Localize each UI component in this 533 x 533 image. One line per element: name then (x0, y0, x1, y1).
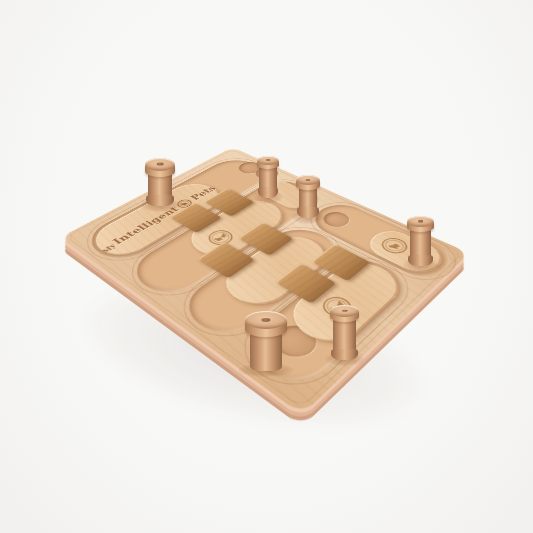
peg-3[interactable] (296, 175, 320, 218)
peg-2[interactable] (257, 156, 279, 198)
peg-5[interactable] (245, 311, 287, 371)
peg-cap-top (296, 175, 320, 185)
peg-base (146, 195, 174, 206)
peg-base (297, 207, 319, 218)
peg-1[interactable] (145, 158, 175, 206)
peg-cap-top (257, 156, 279, 165)
peg-cap-top (145, 158, 175, 171)
peg-cap-top (407, 216, 434, 227)
peg-6[interactable] (330, 305, 359, 360)
peg-base (258, 187, 278, 198)
peg-4[interactable] (407, 216, 434, 266)
product-photo-scene: My Intelligent Pets (0, 0, 533, 533)
peg-cap-top (245, 311, 287, 329)
brand-prefix: My (99, 244, 117, 255)
peg-base (408, 255, 433, 266)
peg-cap-top (330, 305, 359, 317)
peg-base (331, 349, 358, 360)
